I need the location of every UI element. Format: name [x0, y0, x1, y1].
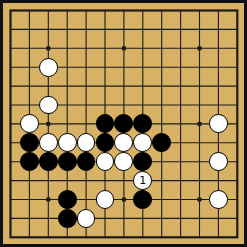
white-stone: 1: [133, 171, 152, 190]
white-stone: [114, 133, 133, 152]
black-stone: [133, 114, 152, 133]
black-stone: [58, 190, 77, 209]
white-stone: [77, 209, 96, 228]
white-stone: [58, 133, 77, 152]
black-stone: [133, 152, 152, 171]
black-stone: [114, 114, 133, 133]
go-board: 1: [0, 0, 247, 247]
white-stone: [96, 152, 115, 171]
white-stone: [39, 58, 58, 77]
white-stone: [39, 133, 58, 152]
white-stone: [209, 190, 228, 209]
black-stone: [96, 133, 115, 152]
white-stone: [209, 114, 228, 133]
black-stone: [20, 133, 39, 152]
black-stone: [152, 133, 171, 152]
white-stone: [77, 133, 96, 152]
stones-layer: 1: [1, 1, 247, 247]
white-stone: [114, 152, 133, 171]
black-stone: [39, 152, 58, 171]
move-number-label: 1: [139, 175, 146, 186]
white-stone: [39, 96, 58, 115]
black-stone: [20, 152, 39, 171]
white-stone: [20, 114, 39, 133]
black-stone: [58, 152, 77, 171]
black-stone: [58, 209, 77, 228]
black-stone: [133, 190, 152, 209]
white-stone: [209, 152, 228, 171]
white-stone: [133, 133, 152, 152]
black-stone: [77, 152, 96, 171]
white-stone: [96, 190, 115, 209]
black-stone: [96, 114, 115, 133]
